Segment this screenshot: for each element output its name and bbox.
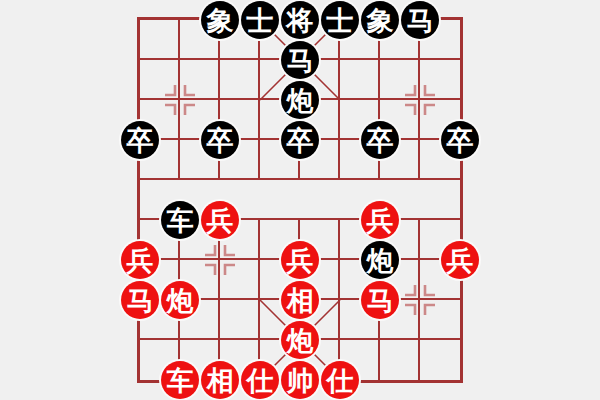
red-soldier[interactable]: 兵	[361, 201, 399, 239]
black-soldier[interactable]: 卒	[281, 121, 319, 159]
black-soldier[interactable]: 卒	[441, 121, 479, 159]
black-soldier[interactable]: 卒	[121, 121, 159, 159]
red-cannon[interactable]: 炮	[281, 321, 319, 359]
black-general[interactable]: 将	[281, 1, 319, 39]
red-elephant[interactable]: 相	[281, 281, 319, 319]
black-elephant[interactable]: 象	[201, 1, 239, 39]
black-soldier[interactable]: 卒	[201, 121, 239, 159]
black-soldier[interactable]: 卒	[361, 121, 399, 159]
red-elephant[interactable]: 相	[201, 361, 239, 399]
red-horse[interactable]: 马	[361, 281, 399, 319]
black-cannon[interactable]: 炮	[361, 241, 399, 279]
red-soldier[interactable]: 兵	[201, 201, 239, 239]
black-elephant[interactable]: 象	[361, 1, 399, 39]
red-advisor[interactable]: 仕	[321, 361, 359, 399]
black-chariot[interactable]: 车	[161, 201, 199, 239]
black-horse[interactable]: 马	[281, 41, 319, 79]
xiangqi-board: 象士将士象马马炮卒卒卒卒卒车炮兵兵兵兵兵马炮相马炮车相仕帅仕	[0, 0, 600, 400]
red-general[interactable]: 帅	[281, 361, 319, 399]
piece-layer: 象士将士象马马炮卒卒卒卒卒车炮兵兵兵兵兵马炮相马炮车相仕帅仕	[140, 20, 460, 380]
red-soldier[interactable]: 兵	[121, 241, 159, 279]
red-cannon[interactable]: 炮	[161, 281, 199, 319]
red-soldier[interactable]: 兵	[281, 241, 319, 279]
black-advisor[interactable]: 士	[321, 1, 359, 39]
black-advisor[interactable]: 士	[241, 1, 279, 39]
black-cannon[interactable]: 炮	[281, 81, 319, 119]
red-advisor[interactable]: 仕	[241, 361, 279, 399]
red-horse[interactable]: 马	[121, 281, 159, 319]
black-horse[interactable]: 马	[401, 1, 439, 39]
red-chariot[interactable]: 车	[161, 361, 199, 399]
red-soldier[interactable]: 兵	[441, 241, 479, 279]
